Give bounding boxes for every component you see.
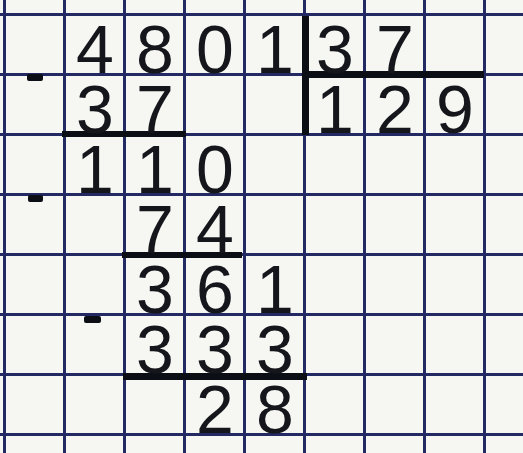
- digit-r3c3: 4: [185, 193, 245, 253]
- digit-r6c3: 2: [185, 373, 245, 433]
- digit-r5c2: 3: [125, 313, 185, 373]
- digit-r0c1: 4: [65, 13, 125, 73]
- digit-r1c1: 3: [65, 73, 125, 133]
- digit-r4c4: 1: [245, 253, 305, 313]
- digit-r5c4: 3: [245, 313, 305, 373]
- digit-r0c5: 3: [305, 13, 365, 73]
- digit-r0c2: 8: [125, 13, 185, 73]
- digit-r5c3: 3: [185, 313, 245, 373]
- digit-r0c6: 7: [365, 13, 425, 73]
- grid-paper: 480137371291107436133328: [0, 0, 523, 453]
- digit-r6c4: 8: [245, 373, 305, 433]
- digit-r2c1: 1: [65, 133, 125, 193]
- digit-r3c2: 7: [125, 193, 185, 253]
- digit-r4c3: 6: [185, 253, 245, 313]
- digit-r1c7: 9: [425, 73, 485, 133]
- digit-r2c3: 0: [185, 133, 245, 193]
- digits-layer: 480137371291107436133328: [0, 0, 523, 453]
- digit-r2c2: 1: [125, 133, 185, 193]
- digit-r1c2: 7: [125, 73, 185, 133]
- digit-r0c3: 0: [185, 13, 245, 73]
- digit-r1c5: 1: [305, 73, 365, 133]
- digit-r4c2: 3: [125, 253, 185, 313]
- digit-r1c6: 2: [365, 73, 425, 133]
- digit-r0c4: 1: [245, 13, 305, 73]
